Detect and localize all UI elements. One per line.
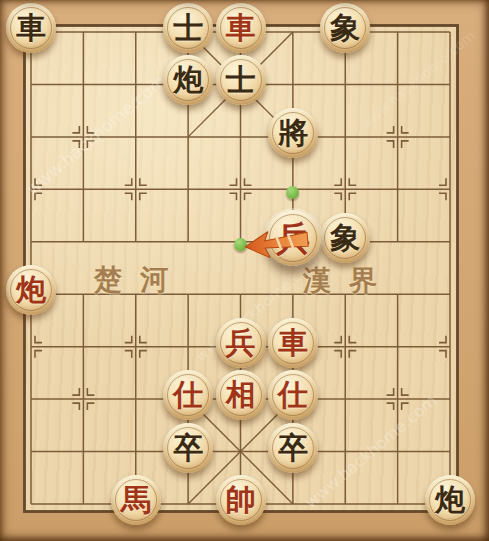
piece-black-soldier[interactable]: 卒 [163,423,213,473]
piece-character: 炮 [173,65,203,95]
piece-red-advisor[interactable]: 仕 [268,370,318,420]
piece-character: 帥 [226,485,256,515]
piece-black-soldier[interactable]: 卒 [268,423,318,473]
piece-character: 仕 [278,380,308,410]
piece-red-general[interactable]: 帥 [216,475,266,525]
piece-character: 車 [278,328,308,358]
piece-black-general[interactable]: 將 [268,108,318,158]
piece-black-cannon[interactable]: 炮 [163,55,213,105]
piece-character: 兵 [276,221,310,255]
piece-character: 炮 [435,485,465,515]
piece-red-horse[interactable]: 馬 [111,475,161,525]
piece-character: 相 [226,380,256,410]
piece-red-soldier[interactable]: 兵 [216,318,266,368]
piece-character: 炮 [16,275,46,305]
piece-black-chariot[interactable]: 車 [6,3,56,53]
piece-character: 象 [330,223,360,253]
piece-character: 車 [226,13,256,43]
piece-character: 將 [278,118,308,148]
piece-red-soldier[interactable]: 兵 [265,210,321,266]
piece-red-chariot[interactable]: 車 [268,318,318,368]
pieces-layer: 車士車象炮士將象炮兵車仕相仕卒卒馬帥炮兵 [0,0,489,541]
piece-character: 象 [330,13,360,43]
piece-red-advisor[interactable]: 仕 [163,370,213,420]
piece-character: 馬 [121,485,151,515]
piece-character: 卒 [278,433,308,463]
piece-character: 兵 [226,328,256,358]
piece-red-chariot[interactable]: 車 [216,3,266,53]
piece-black-cannon[interactable]: 炮 [425,475,475,525]
piece-black-advisor[interactable]: 士 [216,55,266,105]
piece-character: 士 [173,13,203,43]
piece-character: 仕 [173,380,203,410]
piece-black-elephant[interactable]: 象 [320,213,370,263]
piece-character: 車 [16,13,46,43]
piece-red-cannon[interactable]: 炮 [6,265,56,315]
piece-black-advisor[interactable]: 士 [163,3,213,53]
piece-red-elephant[interactable]: 相 [216,370,266,420]
piece-black-elephant[interactable]: 象 [320,3,370,53]
piece-character: 卒 [173,433,203,463]
piece-character: 士 [226,65,256,95]
xiangqi-board[interactable]: 楚河 漢界 www.hackhome.com www.hackhome.com … [0,0,489,541]
